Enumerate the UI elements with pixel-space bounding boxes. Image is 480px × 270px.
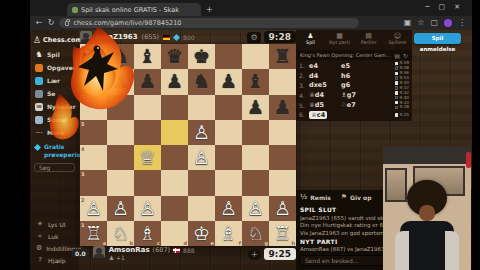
white-square-icon	[395, 72, 399, 76]
sidebar-item-spil[interactable]: ♞Spil	[30, 48, 79, 61]
diamond-icon	[34, 144, 41, 151]
resign-button[interactable]: ⚑ Giv op	[341, 193, 372, 201]
square-d3[interactable]	[161, 170, 188, 195]
square-h8[interactable]: ♜	[269, 44, 296, 69]
white-pawn: ♙	[220, 199, 237, 218]
square-g6[interactable]: ♟	[242, 95, 269, 120]
spil-tab-icon: ♟	[296, 33, 325, 40]
panel-tab-label: Nyt parti	[325, 40, 354, 45]
footer-item-label: Lys UI	[48, 221, 66, 228]
black-move[interactable]: ♗g7	[341, 91, 373, 99]
white-queen: ♕	[139, 148, 156, 167]
screenshot-stage: Spil skak online GRATIS - Skak + ─ ▢ ✕ ←…	[0, 0, 480, 270]
opening-name: King's Pawn Opening: Center Game, Danish…	[300, 52, 391, 58]
sidebar: ♙ Chess.com ♞SpilOpgaverLærSe≡NyhederSoc…	[30, 30, 79, 270]
black-move[interactable]: h6	[341, 72, 373, 80]
tab-title: Spil skak online GRATIS - Skak	[81, 6, 179, 14]
white-clock-chip: 9:25	[395, 113, 409, 117]
move-list: 1.e4e59:599:582.d4h69:569:543.dxe5g69:50…	[296, 61, 412, 120]
denmark-flag-icon	[173, 248, 180, 253]
square-g7[interactable]: ♝	[242, 69, 269, 94]
move-clocks: 9:599:58	[395, 61, 409, 70]
panel-tab-label: Spillere	[383, 40, 412, 45]
square-d2[interactable]	[161, 196, 188, 221]
square-a3[interactable]: 3	[80, 170, 107, 195]
footer-item-label: Hjælp	[48, 257, 66, 264]
square-b1[interactable]: b♘	[107, 221, 134, 246]
new-tab-button[interactable]: +	[206, 5, 213, 14]
black-queen: ♛	[166, 47, 183, 66]
sidebar-nav: ♞SpilOpgaverLærSe≡NyhederSocial•••Mere	[30, 48, 79, 139]
lock-icon	[65, 21, 69, 26]
toolbar-right-icons: ▣ ☆ ▢ ⋮	[404, 19, 466, 27]
panel-tab-label: Partier	[354, 40, 383, 45]
black-pawn: ♟	[85, 72, 102, 91]
move-row: 2.d4h69:569:54	[296, 71, 412, 81]
game-review-button[interactable]: Spil anmeldelse	[414, 33, 461, 44]
move-number: 5.	[299, 102, 309, 109]
chesscom-logo[interactable]: ♙ Chess.com	[30, 32, 79, 48]
sidebar-item-label: Mere	[47, 129, 64, 136]
browser-menu-icon[interactable]: ⋮	[458, 19, 466, 27]
bottom-player-bar: 0.0 AmsonRas (687) 888 ♟ +1 + 9:25	[72, 246, 296, 263]
browser-tab-bar: Spil skak online GRATIS - Skak + ─ ▢ ✕	[30, 0, 472, 16]
white-pawn: ♙	[139, 199, 156, 218]
black-bishop: ♝	[139, 47, 156, 66]
panel-tab-label: Spil	[296, 40, 325, 45]
logo-text: Chess.com	[43, 36, 82, 44]
refresh-icon[interactable]: ↻	[48, 19, 55, 27]
bottom-player-name[interactable]: AmsonRas	[109, 246, 150, 254]
square-e4[interactable]: ♙	[188, 145, 215, 170]
bottom-player-avatar[interactable]	[93, 246, 105, 258]
move-number: 3.	[299, 82, 309, 89]
red-ornament	[466, 152, 471, 168]
add-time-icon[interactable]: +	[248, 249, 261, 260]
jacket-sleeve	[395, 231, 409, 270]
half-point-icon: ½	[300, 193, 307, 201]
black-move[interactable]: g6	[341, 81, 373, 89]
black-move[interactable]: e5	[341, 62, 373, 70]
lær-icon	[35, 77, 43, 85]
rank-label: 2	[81, 197, 84, 203]
square-c4[interactable]: ♕	[134, 145, 161, 170]
white-rook: ♖	[274, 224, 291, 243]
square-d1[interactable]: d	[161, 221, 188, 246]
opening-bar: King's Pawn Opening: Center Game, Danish…	[296, 50, 412, 60]
square-d6[interactable]	[161, 95, 188, 120]
top-player-name[interactable]: JanaZ1963	[96, 33, 138, 41]
square-c5[interactable]	[134, 120, 161, 145]
picture-frame	[385, 168, 407, 202]
black-square-icon	[395, 86, 399, 90]
white-move[interactable]: ♕d4	[309, 91, 341, 99]
square-f3[interactable]	[215, 170, 242, 195]
jacket-sleeve	[445, 231, 459, 270]
bottom-player-badge: 888	[183, 247, 194, 254]
minimize-button[interactable]: ─	[425, 3, 429, 11]
browser-tab[interactable]: Spil skak online GRATIS - Skak	[67, 3, 201, 16]
square-c6[interactable]	[134, 95, 161, 120]
collections-icon[interactable]: ▢	[430, 19, 438, 27]
partier-tab-icon: ▤	[354, 33, 383, 40]
logo-pawn-icon: ♙	[33, 35, 41, 45]
black-knight: ♞	[193, 72, 210, 91]
square-c7[interactable]: ♟	[134, 69, 161, 94]
panel-tab-partier[interactable]: ▤Partier	[354, 32, 383, 46]
black-clock-chip: 9:28	[395, 105, 409, 109]
white-move[interactable]: ♕c4	[309, 111, 341, 119]
square-f6[interactable]	[215, 95, 242, 120]
black-rook: ♜	[85, 47, 102, 66]
spillere-tab-icon: ☺	[383, 33, 412, 40]
window-controls: ─ ▢ ✕	[425, 3, 460, 11]
square-f8[interactable]	[215, 44, 242, 69]
square-b2[interactable]: ♙	[107, 196, 134, 221]
url-text: chess.com/game/live/987845210	[73, 19, 181, 27]
top-player-rating: (655)	[142, 33, 159, 41]
rank-label: 3	[81, 171, 84, 177]
square-g2[interactable]: ♙	[242, 196, 269, 221]
white-pawn: ♙	[274, 199, 291, 218]
black-square-icon	[395, 96, 399, 100]
sidebar-item-label: Se	[47, 90, 55, 97]
free-trial-link[interactable]: Gratisprøveperiode	[30, 139, 79, 160]
square-h4[interactable]	[269, 145, 296, 170]
panel-tab-spil[interactable]: ♟Spil	[296, 32, 325, 46]
browser-toolbar: ← ↻ chess.com/game/live/987845210 ▣ ☆ ▢ …	[30, 16, 472, 30]
maximize-button[interactable]: ▢	[439, 3, 446, 11]
germany-flag-icon	[163, 35, 170, 40]
rank-label: 6	[81, 96, 84, 102]
black-pawn: ♟	[247, 98, 264, 117]
spil-icon: ♞	[35, 51, 43, 59]
square-a1[interactable]: 1a♖	[80, 221, 107, 246]
webcam-ceiling	[383, 147, 471, 164]
white-bishop: ♗	[139, 224, 156, 243]
indstillinger-icon: ⚙	[36, 244, 42, 252]
square-d5[interactable]	[161, 120, 188, 145]
square-f1[interactable]: f♗	[215, 221, 242, 246]
footer-item-luk[interactable]: «Luk	[30, 230, 79, 242]
luk-icon: «	[36, 232, 44, 240]
sidebar-item-label: Lær	[47, 77, 60, 84]
rank-label: 4	[81, 146, 84, 152]
rank-label: 5	[81, 121, 84, 127]
square-c3[interactable]	[134, 170, 161, 195]
square-c1[interactable]: c♗	[134, 221, 161, 246]
resign-flag-icon: ⚑	[341, 193, 347, 201]
white-square-icon	[395, 101, 399, 105]
white-pawn: ♙	[85, 199, 102, 218]
square-b8[interactable]: ♞	[107, 44, 134, 69]
panel-tabs: ♟Spil▦Nyt parti▤Partier☺Spillere	[296, 32, 412, 46]
white-square-icon	[395, 91, 399, 95]
square-a5[interactable]: 5	[80, 120, 107, 145]
streamer-face	[419, 205, 435, 221]
move-number: 1.	[299, 62, 309, 69]
sidebar-item-label: Spil	[47, 51, 60, 58]
move-clocks: 9:339:28	[395, 101, 409, 110]
sidebar-item-social[interactable]: Social	[30, 113, 79, 126]
move-number: 2.	[299, 72, 309, 79]
split-screen-icon[interactable]: ▣	[404, 19, 412, 27]
chess-board[interactable]: 8♜♞♝♛♚♜7♟♟♟♟♞♟♝6♟♟5♙4♕♙32♙♙♙♙♙♙1a♖b♘c♗de…	[80, 44, 296, 246]
draw-button[interactable]: ½ Remis	[300, 193, 331, 201]
sidebar-item-opgaver[interactable]: Opgaver	[30, 61, 79, 74]
move-clocks: 9:25	[395, 113, 409, 117]
black-rook: ♜	[274, 47, 291, 66]
square-f5[interactable]	[215, 120, 242, 145]
square-h1[interactable]: h♖	[269, 221, 296, 246]
favorite-icon[interactable]: ☆	[417, 19, 424, 27]
search-input[interactable]: Søg	[34, 163, 75, 172]
se-icon	[35, 90, 43, 98]
top-player-badge: 800	[183, 34, 194, 41]
black-square-icon	[395, 76, 399, 80]
white-rook: ♖	[85, 224, 102, 243]
top-player-avatar[interactable]	[80, 31, 92, 43]
panel-tab-nyt-parti[interactable]: ▦Nyt parti	[325, 32, 354, 46]
black-bishop: ♝	[247, 72, 264, 91]
nyheder-icon: ≡	[35, 103, 43, 111]
rank-label: 1	[81, 222, 84, 228]
square-f7[interactable]: ♟	[215, 69, 242, 94]
square-e8[interactable]: ♚	[188, 44, 215, 69]
white-king: ♔	[193, 224, 210, 243]
white-knight: ♘	[247, 224, 264, 243]
black-pawn: ♟	[139, 72, 156, 91]
move-row: 3.dxe5g69:509:47	[296, 81, 412, 91]
sidebar-item-label: Social	[47, 116, 67, 123]
move-number: 4.	[299, 92, 309, 99]
square-f4[interactable]	[215, 145, 242, 170]
square-d4[interactable]	[161, 145, 188, 170]
white-square-icon	[395, 62, 399, 66]
black-pawn: ♟	[220, 72, 237, 91]
rank-label: 7	[81, 70, 84, 76]
black-pawn: ♟	[274, 98, 291, 117]
white-pawn: ♙	[112, 199, 129, 218]
white-move[interactable]: dxe5	[309, 81, 341, 89]
square-c8[interactable]: ♝	[134, 44, 161, 69]
rank-label: 8	[81, 45, 84, 51]
white-pawn: ♙	[193, 123, 210, 142]
mere-icon: •••	[35, 129, 43, 137]
white-knight: ♘	[112, 224, 129, 243]
address-bar[interactable]: chess.com/game/live/987845210	[59, 18, 359, 28]
opgaver-icon	[35, 64, 43, 72]
white-move[interactable]: e4	[309, 62, 341, 70]
captured-material: ♟ +1	[109, 254, 195, 261]
move-number: 6.	[299, 111, 309, 118]
move-row: 1.e4e59:599:58	[296, 61, 412, 71]
footer-item-lys-ui[interactable]: ☀Lys UI	[30, 218, 79, 230]
square-d7[interactable]: ♟	[161, 69, 188, 94]
move-clocks: 9:569:54	[395, 71, 409, 80]
move-row: 4.♕d4♗g79:429:40	[296, 90, 412, 100]
eval-value: 0.0	[72, 249, 89, 257]
square-h2[interactable]: ♙	[269, 196, 296, 221]
white-move[interactable]: ♕d5	[309, 101, 341, 109]
sidebar-item-mere[interactable]: •••Mere	[30, 126, 79, 139]
square-e2[interactable]	[188, 196, 215, 221]
white-pawn: ♙	[247, 199, 264, 218]
board-settings-gear-icon[interactable]: ⚙	[247, 32, 260, 43]
square-c2[interactable]: ♙	[134, 196, 161, 221]
move-clocks: 9:509:47	[395, 81, 409, 90]
white-move[interactable]: d4	[309, 72, 341, 80]
footer-item-label: Luk	[48, 233, 59, 240]
tab-favicon	[72, 7, 78, 13]
square-h3[interactable]	[269, 170, 296, 195]
square-b7[interactable]: ♟	[107, 69, 134, 94]
square-a2[interactable]: 2♙	[80, 196, 107, 221]
black-knight: ♞	[112, 47, 129, 66]
hjælp-icon: ?	[36, 256, 44, 264]
bottom-player-rating: (687)	[153, 246, 170, 254]
sidebar-item-nyheder[interactable]: ≡Nyheder	[30, 100, 79, 113]
move-row: 5.♕d5♘e79:339:28	[296, 100, 412, 110]
black-pawn: ♟	[112, 72, 129, 91]
black-square-icon	[395, 106, 399, 110]
square-a7[interactable]: 7♟	[80, 69, 107, 94]
square-b5[interactable]	[107, 120, 134, 145]
square-g5[interactable]	[242, 120, 269, 145]
white-square-icon	[395, 113, 399, 117]
opening-book-icon[interactable]: ▤	[394, 52, 400, 59]
webcam-overlay	[383, 147, 471, 270]
top-player-clock: 9:28	[264, 31, 296, 43]
square-g8[interactable]	[242, 44, 269, 69]
move-clocks: 9:429:40	[395, 91, 409, 100]
square-b4[interactable]	[107, 145, 134, 170]
top-player-bar: JanaZ1963 (655) 800 ⚙ 9:28	[80, 30, 296, 44]
square-g1[interactable]: g♘	[242, 221, 269, 246]
square-g3[interactable]	[242, 170, 269, 195]
square-a4[interactable]: 4	[80, 145, 107, 170]
lys-ui-icon: ☀	[36, 220, 44, 228]
white-bishop: ♗	[220, 224, 237, 243]
square-a6[interactable]: 6	[80, 95, 107, 120]
white-pawn: ♙	[193, 148, 210, 167]
black-pawn: ♟	[166, 72, 183, 91]
diamond-icon	[173, 33, 180, 40]
square-h6[interactable]: ♟	[269, 95, 296, 120]
sidebar-item-label: Opgaver	[47, 64, 76, 71]
current-move: ♕c4	[309, 111, 327, 119]
move-row: 6.♕c49:25	[296, 110, 412, 120]
panel-tab-spillere[interactable]: ☺Spillere	[383, 32, 412, 46]
black-square-icon	[395, 66, 399, 70]
sidebar-item-se[interactable]: Se	[30, 87, 79, 100]
social-icon	[35, 116, 43, 124]
square-h5[interactable]	[269, 120, 296, 145]
square-b6[interactable]	[107, 95, 134, 120]
square-b3[interactable]	[107, 170, 134, 195]
square-g4[interactable]	[242, 145, 269, 170]
square-e7[interactable]: ♞	[188, 69, 215, 94]
flip-board-icon[interactable]: ↻	[403, 52, 408, 59]
black-move[interactable]: ♘e7	[341, 101, 373, 109]
square-f2[interactable]: ♙	[215, 196, 242, 221]
sidebar-item-lær[interactable]: Lær	[30, 74, 79, 87]
square-a8[interactable]: 8♜	[80, 44, 107, 69]
square-e1[interactable]: e♔	[188, 221, 215, 246]
black-king: ♚	[193, 47, 210, 66]
square-e5[interactable]: ♙	[188, 120, 215, 145]
square-h7[interactable]	[269, 69, 296, 94]
square-d8[interactable]: ♛	[161, 44, 188, 69]
sidebar-item-label: Nyheder	[47, 103, 76, 110]
bottom-player-clock: 9:25	[264, 248, 296, 260]
white-square-icon	[395, 81, 399, 85]
square-e6[interactable]	[188, 95, 215, 120]
close-button[interactable]: ✕	[454, 3, 460, 11]
square-e3[interactable]	[188, 170, 215, 195]
nyt-parti-tab-icon: ▦	[325, 33, 354, 40]
profile-avatar[interactable]	[444, 19, 452, 27]
back-icon[interactable]: ←	[36, 19, 43, 27]
